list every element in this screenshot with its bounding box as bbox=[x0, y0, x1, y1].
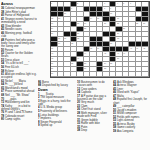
cell-number: 56 bbox=[51, 67, 53, 70]
cell-number: 5 bbox=[123, 2, 124, 5]
cell-number: 40 bbox=[130, 47, 132, 50]
cell-number: 57 bbox=[84, 67, 86, 70]
clue: 48 Español first Joseph, for short bbox=[113, 98, 149, 104]
cell-number: 7 bbox=[71, 7, 72, 10]
down-clue-list-3: 43 Ask Windows44 Actress Wagner45 Liner4… bbox=[113, 80, 149, 132]
cell-number: 34 bbox=[58, 42, 60, 45]
cell-number: 20 bbox=[104, 22, 106, 25]
cell-number: 33 bbox=[117, 37, 119, 40]
cell-number: 14 bbox=[90, 17, 92, 20]
cell-number: 53 bbox=[84, 62, 86, 65]
down-header: Down bbox=[38, 87, 74, 91]
clue: 3 Eggs in a hurry, took the side bbox=[38, 99, 74, 105]
cell-number: 4 bbox=[117, 2, 118, 5]
cell-number: 16 bbox=[117, 17, 119, 20]
clue: 80 Camp sights bbox=[1, 118, 37, 121]
cell-number: 31 bbox=[64, 37, 66, 40]
cell-number: 46 bbox=[117, 52, 119, 55]
cell-number: 10 bbox=[64, 12, 66, 15]
cell-number: 52 bbox=[71, 62, 73, 65]
down-clues-column-3: 43 Ask Windows44 Actress Wagner45 Liner4… bbox=[113, 80, 149, 150]
cell-number: 8 bbox=[104, 7, 105, 10]
clue: 74 Kathy ___ in a bid to defend sheep's … bbox=[1, 104, 37, 110]
cell-number: 19 bbox=[84, 22, 86, 25]
cell-number: 50 bbox=[117, 57, 119, 60]
cell-number: 44 bbox=[84, 52, 86, 55]
clue: 10 Businessmen to do classes with bbox=[77, 80, 111, 86]
clue: 61 Allocate endless light e.g. occupied bbox=[1, 72, 37, 78]
cell-number: 2 bbox=[77, 2, 78, 5]
cell-number: 36 bbox=[110, 42, 112, 45]
across-header: Across bbox=[1, 2, 37, 6]
cell-number: 32 bbox=[77, 37, 79, 40]
down-clue-list-1: 86 Burro88 Dispatched by luxuryDown1 ___… bbox=[38, 80, 74, 127]
clue: 41 Strange events harvest to immediately… bbox=[1, 17, 37, 23]
clue: 52 Quarter for the Golden Bears bbox=[1, 51, 37, 57]
cell-number: 22 bbox=[136, 22, 138, 25]
clue: 48 Painters feel who won a body; focus a… bbox=[1, 38, 37, 48]
cell-number: 17 bbox=[51, 22, 53, 25]
clue: 9 Speed up bbox=[38, 123, 74, 126]
cell-number: 55 bbox=[110, 62, 112, 65]
cell-number: 59 bbox=[51, 72, 53, 75]
cell-number: 58 bbox=[104, 67, 106, 70]
cell-number: 26 bbox=[123, 27, 125, 30]
cell-number: 41 bbox=[136, 47, 138, 50]
cell-number: 39 bbox=[97, 47, 99, 50]
cell-number: 28 bbox=[77, 32, 79, 35]
cell-number: 18 bbox=[77, 22, 79, 25]
cell-number: 9 bbox=[110, 7, 111, 10]
cell-number: 25 bbox=[84, 27, 86, 30]
cell-number: 30 bbox=[58, 37, 60, 40]
clue: 67 Prove somewhat ahead bbox=[1, 90, 37, 93]
cell-number: 6 bbox=[130, 2, 131, 5]
clue: 38 Drop bbox=[77, 129, 111, 132]
cell-number: 29 bbox=[117, 32, 119, 35]
grid-cell[interactable] bbox=[142, 72, 149, 77]
cell-number: 38 bbox=[90, 47, 92, 50]
cell-number: 1 bbox=[51, 2, 52, 5]
cell-number: 35 bbox=[71, 42, 73, 45]
cell-number: 12 bbox=[51, 17, 53, 20]
down-clues-column-1: 86 Burro88 Dispatched by luxuryDown1 ___… bbox=[38, 80, 74, 150]
cell-number: 27 bbox=[51, 32, 53, 35]
cell-number: 15 bbox=[97, 17, 99, 20]
cell-number: 23 bbox=[143, 22, 145, 25]
cell-number: 3 bbox=[104, 2, 105, 5]
across-clue-list: Across36 Colonial newspaperman38 John Ri… bbox=[1, 2, 37, 121]
clue: 46 Morning prep, football club bbox=[1, 31, 37, 37]
cell-number: 45 bbox=[104, 52, 106, 55]
cell-number: 47 bbox=[123, 52, 125, 55]
cell-number: 24 bbox=[51, 27, 53, 30]
cell-number: 11 bbox=[110, 12, 112, 15]
clue: 28 Moth manager, silver made with Fred bbox=[77, 111, 111, 117]
clue: 59 Ava Longoria bbox=[113, 129, 149, 132]
cell-number: 49 bbox=[77, 57, 79, 60]
cell-number: 42 bbox=[143, 47, 145, 50]
cell-number: 51 bbox=[51, 62, 53, 65]
crossword-page: Across36 Colonial newspaperman38 John Ri… bbox=[0, 0, 150, 150]
cell-number: 54 bbox=[104, 62, 106, 65]
down-clue-list-2: 10 Businessmen to do classes with12 Crop… bbox=[77, 80, 111, 132]
cell-number: 13 bbox=[58, 17, 60, 20]
cell-number: 48 bbox=[51, 57, 53, 60]
down-clues-column-2: 10 Businessmen to do classes with12 Crop… bbox=[77, 80, 111, 150]
crossword-grid: 1234567891011121314151617181920212223242… bbox=[50, 1, 150, 78]
cell-number: 21 bbox=[117, 22, 119, 25]
cell-number: 43 bbox=[51, 52, 53, 55]
clue: 17 A P guitar duo pay a business on the … bbox=[77, 94, 111, 100]
across-clues-column: Across36 Colonial newspaperman38 John Ri… bbox=[1, 1, 37, 149]
cell-number: 37 bbox=[51, 47, 53, 50]
clue: 88 Dispatched by luxury bbox=[38, 84, 74, 87]
